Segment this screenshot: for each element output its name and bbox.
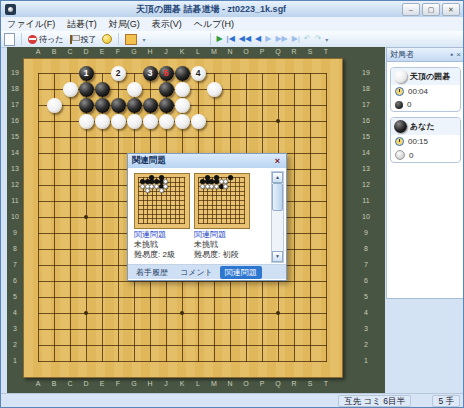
hint-button[interactable] (99, 33, 115, 45)
stone-H16 (143, 114, 158, 129)
stone-E17 (95, 98, 110, 113)
coord-label: 6 (8, 277, 22, 284)
app-icon (5, 4, 16, 15)
new-problem-button[interactable] (1, 32, 18, 47)
panel-toggle-button[interactable] (122, 33, 140, 46)
stone-D17 (79, 98, 94, 113)
thumbnail-stone (228, 175, 233, 180)
coord-label: S (302, 48, 318, 55)
coord-label: T (318, 380, 334, 387)
coord-label: 13 (359, 165, 373, 172)
star-point (84, 215, 88, 219)
scroll-up-icon[interactable]: ▲ (272, 172, 283, 183)
dialog-title: 関連問題 (132, 155, 166, 167)
move-number: 2 (116, 68, 121, 78)
coord-label: A (30, 380, 46, 387)
close-button[interactable]: ✕ (442, 3, 460, 16)
coord-label: 19 (8, 69, 22, 76)
coord-label: F (110, 380, 126, 387)
coord-label: 10 (359, 213, 373, 220)
coord-label: 18 (8, 85, 22, 92)
coord-label: 17 (359, 101, 373, 108)
title-bar: 天頂の囲碁 詰碁道場 - zt0223_1k.sgf – ▢ ✕ (1, 1, 463, 17)
lightbulb-icon (102, 34, 112, 44)
coord-label: 15 (359, 133, 373, 140)
move-number: 4 (196, 68, 201, 78)
no-entry-icon (28, 35, 37, 44)
coord-label: 14 (359, 149, 373, 156)
stone-E18 (95, 82, 110, 97)
coord-label: L (190, 380, 206, 387)
coord-label: M (206, 380, 222, 387)
coord-label: G (126, 48, 142, 55)
related-problems-dialog: 関連問題 × 関連問題 未挑戦 難易度: 2級 関連問題 未挑戦 難易度: 初段… (127, 153, 287, 281)
rule-status: 互先 コミ 6目半 (338, 395, 411, 407)
document-icon (4, 33, 15, 46)
coord-label: H (142, 48, 158, 55)
flag-icon (69, 35, 78, 44)
stone-F19: 2 (111, 66, 126, 81)
coord-label: R (286, 48, 302, 55)
stone-F16 (111, 114, 126, 129)
dialog-scrollbar[interactable]: ▲ ▼ (271, 171, 284, 263)
coord-label: J (158, 380, 174, 387)
stone-G16 (127, 114, 142, 129)
coord-label: 17 (8, 101, 22, 108)
move-number: 3 (148, 68, 153, 78)
captured-white-stone-icon (395, 150, 405, 160)
last-button[interactable]: ▶| (290, 32, 302, 46)
forward-button[interactable]: ▶ (263, 32, 273, 46)
resign-button[interactable]: 投了 (66, 33, 99, 46)
stone-K18 (175, 82, 190, 97)
coord-label: D (78, 48, 94, 55)
fast-back-button[interactable]: ◀◀ (237, 32, 253, 46)
coord-label: R (286, 380, 302, 387)
problem-thumbnail-1[interactable] (134, 173, 190, 229)
coord-label: Q (270, 48, 286, 55)
toolbar-overflow-icon[interactable]: ▾ (142, 36, 145, 43)
coord-label: 4 (359, 309, 373, 316)
stone-K19 (175, 66, 190, 81)
coord-label: 6 (359, 277, 373, 284)
stone-H19: 3 (143, 66, 158, 81)
pin-icon[interactable]: ▪ (450, 50, 453, 59)
coord-label: 2 (359, 341, 373, 348)
dialog-title-bar[interactable]: 関連問題 × (128, 154, 286, 168)
coord-label: J (158, 48, 174, 55)
back-button[interactable]: ◀ (253, 32, 263, 46)
coord-label: 1 (359, 357, 373, 364)
play-button[interactable]: ▶ (214, 32, 224, 46)
thumbnail-stone (159, 188, 164, 193)
coord-label: P (254, 48, 270, 55)
stone-E16 (95, 114, 110, 129)
coord-label: 16 (359, 117, 373, 124)
coord-label: B (46, 48, 62, 55)
stone-G17 (127, 98, 142, 113)
players-panel-title: 対局者 (390, 49, 414, 60)
coord-label: G (126, 380, 142, 387)
fast-forward-button[interactable]: ▶▶ (273, 32, 289, 46)
tab-move-history[interactable]: 着手履歴 (131, 266, 173, 279)
coord-label: H (142, 380, 158, 387)
board-panel-icon (125, 34, 137, 45)
coord-label: D (78, 380, 94, 387)
menu-help[interactable]: ヘルプ(H) (188, 17, 240, 31)
coord-label: 9 (8, 229, 22, 236)
coord-label: 4 (8, 309, 22, 316)
stone-D18 (79, 82, 94, 97)
stone-L19: 4 (191, 66, 206, 81)
player-name: あなた (410, 121, 435, 132)
coord-label: 18 (359, 85, 373, 92)
undo-move-label: 待った (39, 34, 63, 45)
coord-label: 12 (8, 181, 22, 188)
coord-label: E (94, 380, 110, 387)
resign-label: 投了 (80, 34, 96, 45)
stone-J16 (159, 114, 174, 129)
coord-label: 15 (8, 133, 22, 140)
white-stone-icon (394, 70, 407, 83)
stone-D16 (79, 114, 94, 129)
black-stone-icon (394, 120, 407, 133)
coord-label: C (62, 48, 78, 55)
tab-related-problems[interactable]: 関連問題 (220, 266, 262, 279)
menu-file[interactable]: ファイル(F) (1, 17, 61, 31)
scrollbar-thumb[interactable] (272, 183, 283, 211)
coord-label: M (206, 48, 222, 55)
players-panel: 対局者 ▪ × 天頂の囲碁 00:04 0 あなた 00:15 0 (386, 47, 464, 299)
player-card-white: 天頂の囲碁 00:04 0 (390, 67, 461, 112)
toolbar: 待った 投了 ▾ ▶|◀◀◀◀▶▶▶▶|↶↷ ▾ (1, 31, 463, 48)
coord-label: 11 (8, 197, 22, 204)
menu-bar: ファイル(F)詰碁(T)対局(G)表示(V)ヘルプ(H) (1, 17, 463, 32)
coord-label: 5 (8, 293, 22, 300)
coord-label: S (302, 380, 318, 387)
dialog-tab-bar: 着手履歴コメント関連問題 (128, 265, 286, 279)
coord-label: T (318, 48, 334, 55)
clock-icon (395, 87, 404, 96)
move-count-status: 5 手 (432, 395, 460, 407)
redo-button[interactable]: ↷ (313, 32, 324, 46)
stone-H17 (143, 98, 158, 113)
coord-label: 13 (8, 165, 22, 172)
coord-label: 19 (359, 69, 373, 76)
thumbnail-stone (163, 184, 168, 189)
dialog-close-icon[interactable]: × (273, 156, 282, 166)
stone-F17 (111, 98, 126, 113)
coord-label: 3 (8, 325, 22, 332)
stone-L16 (191, 114, 206, 129)
menu-tsumego[interactable]: 詰碁(T) (61, 17, 103, 31)
stone-C18 (63, 82, 78, 97)
stone-J17 (159, 98, 174, 113)
coord-label: N (222, 48, 238, 55)
undo-button[interactable]: ↶ (302, 32, 313, 46)
player-card-black: あなた 00:15 0 (390, 117, 461, 163)
stone-J18 (159, 82, 174, 97)
coord-label: Q (270, 380, 286, 387)
stone-G18 (127, 82, 142, 97)
stone-B17 (47, 98, 62, 113)
coord-label: 5 (359, 293, 373, 300)
capture-count: 0 (407, 100, 411, 109)
window-title: 天頂の囲碁 詰碁道場 - zt0223_1k.sgf (20, 3, 402, 16)
capture-count: 0 (409, 151, 413, 160)
player-name: 天頂の囲碁 (410, 71, 450, 82)
coord-label: F (110, 48, 126, 55)
coord-label: O (238, 48, 254, 55)
star-point (84, 311, 88, 315)
player-time: 00:15 (408, 137, 428, 146)
clock-icon (395, 137, 404, 146)
coord-label: 7 (359, 261, 373, 268)
coord-label: 12 (359, 181, 373, 188)
coord-label: P (254, 380, 270, 387)
coord-label: A (30, 48, 46, 55)
star-point (276, 119, 280, 123)
status-bar: 互先 コミ 6目半 5 手 (1, 393, 463, 407)
menu-taikyoku[interactable]: 対局(G) (103, 17, 146, 31)
star-point (276, 311, 280, 315)
thumbnail-stone (145, 188, 150, 193)
panel-close-icon[interactable]: × (456, 50, 461, 59)
problem-difficulty: 難易度: 初段 (194, 249, 238, 260)
captured-black-stone-icon (395, 101, 403, 109)
coord-label: 2 (8, 341, 22, 348)
move-number: 5 (164, 68, 169, 78)
first-button[interactable]: |◀ (225, 32, 237, 46)
coord-label: 11 (359, 197, 373, 204)
coord-label: 10 (8, 213, 22, 220)
minimize-button[interactable]: – (402, 3, 420, 16)
coord-label: K (174, 380, 190, 387)
scroll-down-icon[interactable]: ▼ (272, 251, 283, 262)
player-time: 00:04 (408, 87, 428, 96)
star-point (180, 311, 184, 315)
toolbar-overflow-icon-2[interactable]: ▾ (325, 36, 328, 43)
undo-move-button[interactable]: 待った (25, 33, 66, 46)
coord-label: 16 (8, 117, 22, 124)
stone-J19: 5 (159, 66, 174, 81)
problem-difficulty: 難易度: 2級 (134, 249, 175, 260)
coord-label: 9 (359, 229, 373, 236)
maximize-button[interactable]: ▢ (422, 3, 440, 16)
app-window: { "window": { "title": "天頂の囲碁 詰碁道場 - zt0… (0, 0, 464, 408)
coord-label: L (190, 48, 206, 55)
coord-label: 14 (8, 149, 22, 156)
coord-label: K (174, 48, 190, 55)
coord-label: C (62, 380, 78, 387)
move-number: 1 (84, 68, 89, 78)
coord-label: 1 (8, 357, 22, 364)
coord-label: B (46, 380, 62, 387)
coord-label: N (222, 380, 238, 387)
menu-view[interactable]: 表示(V) (146, 17, 188, 31)
coord-label: 8 (359, 245, 373, 252)
thumbnail-stone (223, 184, 228, 189)
coord-label: 7 (8, 261, 22, 268)
stone-K16 (175, 114, 190, 129)
stone-M18 (207, 82, 222, 97)
problem-thumbnail-2[interactable] (194, 173, 250, 229)
coord-label: 8 (8, 245, 22, 252)
stone-K17 (175, 98, 190, 113)
coord-label: 3 (359, 325, 373, 332)
coord-label: O (238, 380, 254, 387)
tab-comment[interactable]: コメント (175, 266, 218, 279)
stone-D19: 1 (79, 66, 94, 81)
coord-label: E (94, 48, 110, 55)
